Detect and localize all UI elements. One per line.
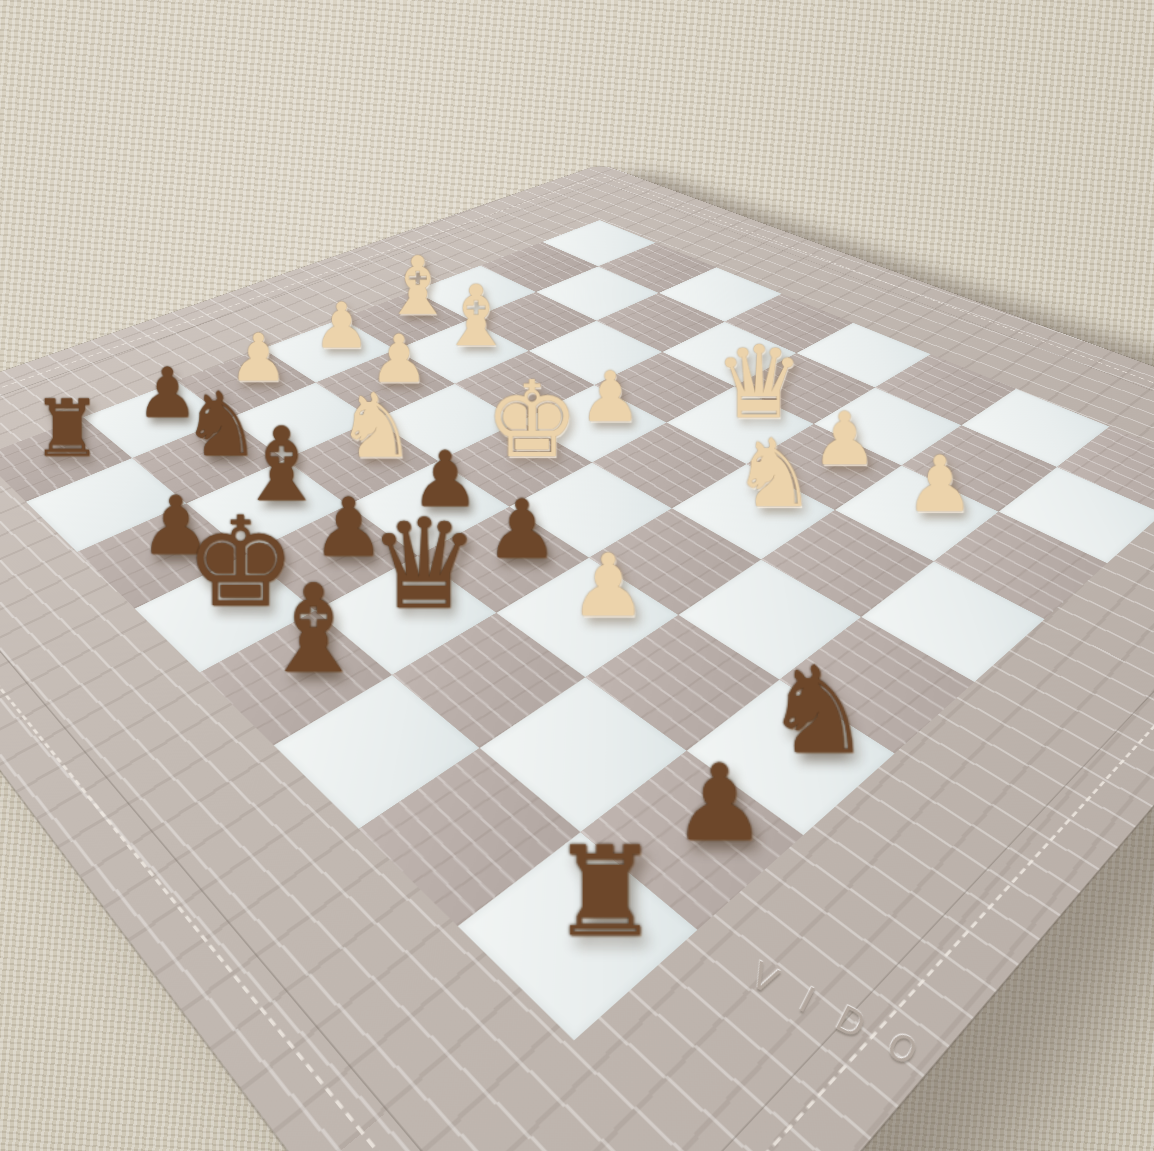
light-pawn-f2: ♟	[865, 445, 1015, 522]
light-knight-e3: ♞	[699, 427, 849, 521]
dark-rook-a8: ♜	[0, 389, 137, 467]
dark-bishop-a4: ♝	[224, 568, 402, 690]
light-pawn-c3: ♟	[524, 542, 692, 628]
dark-rook-a1: ♜	[494, 830, 716, 954]
